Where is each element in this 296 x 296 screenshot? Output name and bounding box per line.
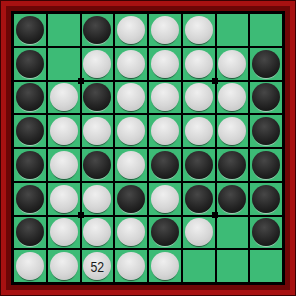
cell-f8[interactable]	[183, 250, 215, 282]
cell-e4[interactable]	[149, 115, 181, 147]
black-disc-d6	[117, 185, 145, 213]
cell-c5[interactable]	[82, 149, 114, 181]
black-disc-h7	[252, 218, 280, 246]
cell-e8[interactable]	[149, 250, 181, 282]
cell-e3[interactable]	[149, 82, 181, 114]
cell-b3[interactable]	[48, 82, 80, 114]
white-disc-c2	[83, 50, 111, 78]
cell-h6[interactable]	[250, 183, 282, 215]
cell-f6[interactable]	[183, 183, 215, 215]
cell-f5[interactable]	[183, 149, 215, 181]
white-disc-b8	[50, 252, 78, 280]
last-move-number-label: 52	[91, 259, 105, 274]
star-point-bl	[78, 212, 84, 218]
cell-g4[interactable]	[217, 115, 249, 147]
cell-g7[interactable]	[217, 217, 249, 249]
cell-a5[interactable]	[14, 149, 46, 181]
cell-d2[interactable]	[115, 48, 147, 80]
white-disc-b6	[50, 185, 78, 213]
cell-f2[interactable]	[183, 48, 215, 80]
cell-b7[interactable]	[48, 217, 80, 249]
cell-g1[interactable]	[217, 14, 249, 46]
black-disc-c3	[83, 83, 111, 111]
black-disc-a1	[16, 16, 44, 44]
cell-d8[interactable]	[115, 250, 147, 282]
cell-g3[interactable]	[217, 82, 249, 114]
cell-a8[interactable]	[14, 250, 46, 282]
cell-g2[interactable]	[217, 48, 249, 80]
cell-e2[interactable]	[149, 48, 181, 80]
white-disc-f2	[185, 50, 213, 78]
cell-d7[interactable]	[115, 217, 147, 249]
cell-f4[interactable]	[183, 115, 215, 147]
black-disc-c1	[83, 16, 111, 44]
cell-a7[interactable]	[14, 217, 46, 249]
white-disc-e3	[151, 83, 179, 111]
white-disc-e2	[151, 50, 179, 78]
cell-c6[interactable]	[82, 183, 114, 215]
cell-c2[interactable]	[82, 48, 114, 80]
cell-c3[interactable]	[82, 82, 114, 114]
cell-d6[interactable]	[115, 183, 147, 215]
black-disc-f6	[185, 185, 213, 213]
black-disc-f5	[185, 151, 213, 179]
white-disc-c6	[83, 185, 111, 213]
black-disc-e7	[151, 218, 179, 246]
white-disc-e8	[151, 252, 179, 280]
black-disc-h4	[252, 117, 280, 145]
cell-c8[interactable]: 52	[82, 250, 114, 282]
cell-a6[interactable]	[14, 183, 46, 215]
cell-e1[interactable]	[149, 14, 181, 46]
cell-h7[interactable]	[250, 217, 282, 249]
board-frame: 52	[0, 0, 296, 296]
white-disc-b5	[50, 151, 78, 179]
white-disc-b7	[50, 218, 78, 246]
white-disc-a8	[16, 252, 44, 280]
cell-d5[interactable]	[115, 149, 147, 181]
cell-b6[interactable]	[48, 183, 80, 215]
cell-h2[interactable]	[250, 48, 282, 80]
cell-d1[interactable]	[115, 14, 147, 46]
black-disc-g6	[218, 185, 246, 213]
cell-b8[interactable]	[48, 250, 80, 282]
white-disc-d7	[117, 218, 145, 246]
cell-d3[interactable]	[115, 82, 147, 114]
cell-a3[interactable]	[14, 82, 46, 114]
cell-c1[interactable]	[82, 14, 114, 46]
black-disc-h3	[252, 83, 280, 111]
white-disc-g3	[218, 83, 246, 111]
cell-h8[interactable]	[250, 250, 282, 282]
black-disc-h6	[252, 185, 280, 213]
white-disc-c8: 52	[83, 252, 111, 280]
cell-e7[interactable]	[149, 217, 181, 249]
white-disc-e6	[151, 185, 179, 213]
star-point-tl	[78, 78, 84, 84]
cell-f7[interactable]	[183, 217, 215, 249]
white-disc-d4	[117, 117, 145, 145]
cell-a4[interactable]	[14, 115, 46, 147]
white-disc-d8	[117, 252, 145, 280]
cell-b4[interactable]	[48, 115, 80, 147]
black-disc-c5	[83, 151, 111, 179]
cell-h5[interactable]	[250, 149, 282, 181]
cell-b2[interactable]	[48, 48, 80, 80]
cell-g6[interactable]	[217, 183, 249, 215]
cell-g8[interactable]	[217, 250, 249, 282]
white-disc-g4	[218, 117, 246, 145]
white-disc-d5	[117, 151, 145, 179]
cell-h3[interactable]	[250, 82, 282, 114]
white-disc-c4	[83, 117, 111, 145]
white-disc-c7	[83, 218, 111, 246]
white-disc-f1	[185, 16, 213, 44]
cell-h4[interactable]	[250, 115, 282, 147]
cell-b1[interactable]	[48, 14, 80, 46]
white-disc-d1	[117, 16, 145, 44]
white-disc-e1	[151, 16, 179, 44]
cell-g5[interactable]	[217, 149, 249, 181]
star-point-br	[212, 212, 218, 218]
white-disc-e4	[151, 117, 179, 145]
black-disc-a3	[16, 83, 44, 111]
cell-c7[interactable]	[82, 217, 114, 249]
white-disc-g2	[218, 50, 246, 78]
cell-f3[interactable]	[183, 82, 215, 114]
othello-app: 52	[0, 0, 296, 296]
black-disc-a4	[16, 117, 44, 145]
cell-h1[interactable]	[250, 14, 282, 46]
cell-b5[interactable]	[48, 149, 80, 181]
star-point-tr	[212, 78, 218, 84]
cell-c4[interactable]	[82, 115, 114, 147]
othello-board: 52	[14, 14, 282, 282]
white-disc-b3	[50, 83, 78, 111]
cell-d4[interactable]	[115, 115, 147, 147]
black-disc-a7	[16, 218, 44, 246]
cell-e6[interactable]	[149, 183, 181, 215]
black-disc-g5	[218, 151, 246, 179]
white-disc-f4	[185, 117, 213, 145]
black-disc-a6	[16, 185, 44, 213]
white-disc-b4	[50, 117, 78, 145]
white-disc-f7	[185, 218, 213, 246]
cell-a2[interactable]	[14, 48, 46, 80]
black-disc-a2	[16, 50, 44, 78]
cell-a1[interactable]	[14, 14, 46, 46]
black-disc-e5	[151, 151, 179, 179]
cell-f1[interactable]	[183, 14, 215, 46]
white-disc-d3	[117, 83, 145, 111]
black-disc-h2	[252, 50, 280, 78]
black-disc-h5	[252, 151, 280, 179]
black-disc-a5	[16, 151, 44, 179]
white-disc-d2	[117, 50, 145, 78]
cell-e5[interactable]	[149, 149, 181, 181]
white-disc-f3	[185, 83, 213, 111]
